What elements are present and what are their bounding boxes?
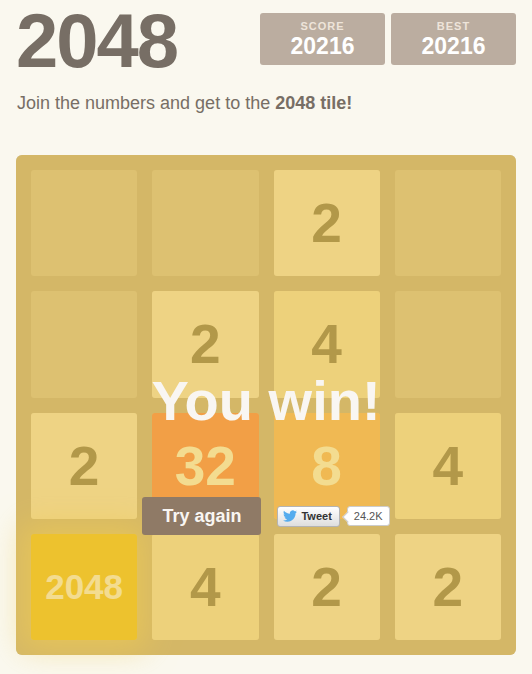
twitter-bird-icon — [283, 509, 297, 523]
score-label: SCORE — [300, 20, 344, 33]
game-board: 224232842048422 You win! Try again Tweet… — [16, 155, 516, 655]
page: 2048 SCORE 20216 BEST 20216 Join the num… — [0, 0, 532, 655]
header: 2048 SCORE 20216 BEST 20216 — [16, 0, 516, 68]
best-box: BEST 20216 — [391, 13, 516, 65]
score-box: SCORE 20216 — [260, 13, 385, 65]
game-title: 2048 — [16, 10, 177, 72]
tweet-widget: Tweet 24.2K — [277, 506, 389, 527]
win-overlay: You win! Try again Tweet 24.2K — [16, 155, 516, 655]
score-container: SCORE 20216 BEST 20216 — [260, 13, 516, 65]
intro-text-normal: Join the numbers and get to the — [17, 93, 275, 113]
intro-text-bold: 2048 tile! — [275, 93, 352, 113]
tweet-count[interactable]: 24.2K — [347, 506, 390, 526]
best-value: 20216 — [422, 33, 486, 60]
overlay-buttons: Try again Tweet 24.2K — [16, 497, 516, 535]
tweet-button-label: Tweet — [301, 510, 331, 522]
best-label: BEST — [437, 20, 470, 33]
try-again-button[interactable]: Try again — [142, 497, 261, 535]
intro-text: Join the numbers and get to the 2048 til… — [17, 92, 516, 114]
score-value: 20216 — [291, 33, 355, 60]
win-message: You win! — [16, 371, 516, 431]
tweet-button[interactable]: Tweet — [277, 506, 339, 527]
